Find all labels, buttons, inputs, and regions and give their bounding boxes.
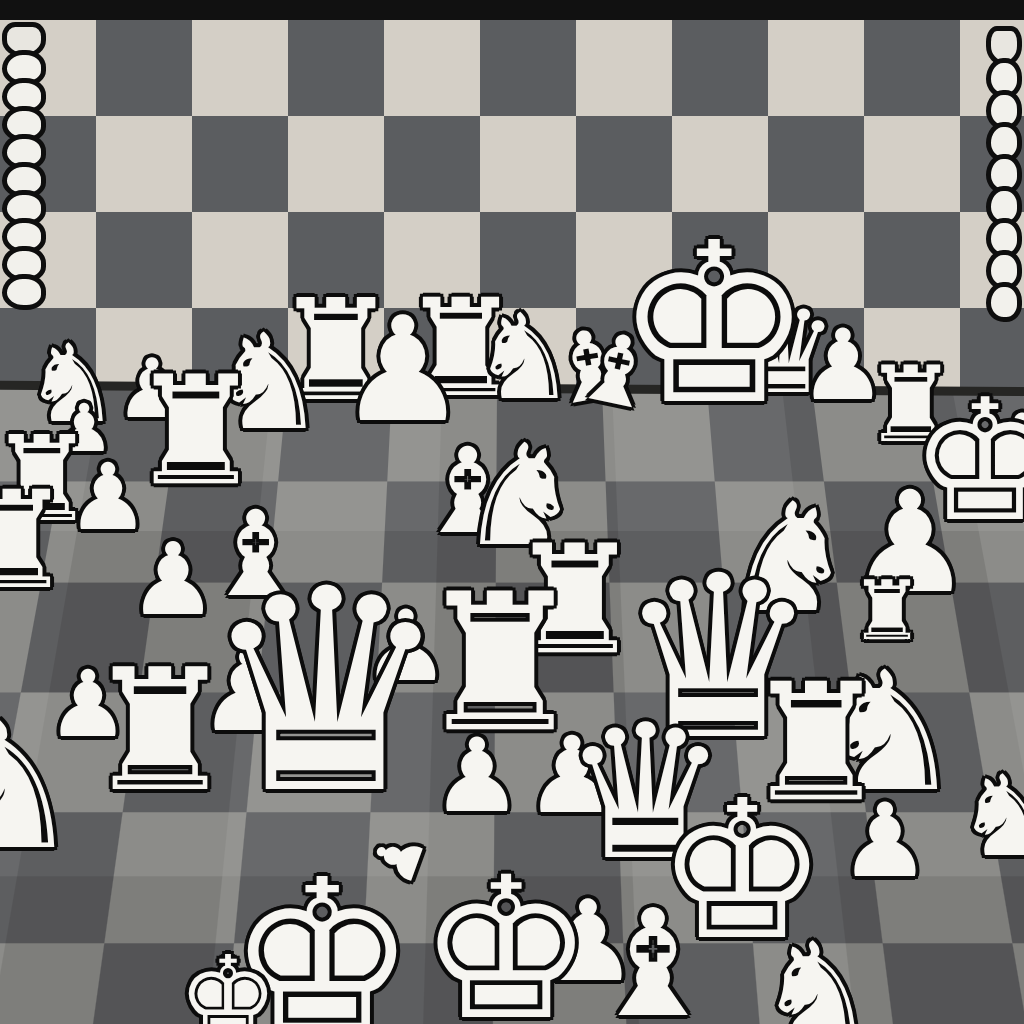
piece-queen[interactable]: ♛ (200, 552, 451, 832)
piece-knight[interactable]: ♞ (756, 925, 877, 1024)
piece-pawn[interactable]: ♟ (839, 790, 930, 892)
piece-king[interactable]: ♚ (418, 851, 594, 1024)
piece-rook[interactable]: ♜ (0, 473, 73, 608)
piece-king[interactable]: ♚ (178, 941, 278, 1024)
chess-scene: ♛♜♞♟♜♝♚♝♟♟♞♞♜♟♜♝♚♜♟♝♞♜♟♝♞♟♜♜♟♟♜♟♛♛♜♞♜♟♟♞… (0, 0, 1024, 1024)
piece-rook[interactable]: ♜ (85, 647, 236, 815)
stacked-piece-segment (2, 274, 46, 310)
piece-stack-right (986, 26, 1022, 322)
top-bar (0, 0, 1024, 20)
piece-knight[interactable]: ♞ (956, 760, 1024, 872)
piece-pawn[interactable]: ♟ (338, 297, 468, 442)
stacked-piece-segment (986, 282, 1022, 322)
pieces-layer: ♛♜♞♟♜♝♚♝♟♟♞♞♜♟♜♝♚♜♟♝♞♜♟♝♞♟♜♜♟♟♜♟♛♛♜♞♜♟♟♞… (0, 0, 1024, 1024)
piece-pawn[interactable]: ♟ (431, 725, 522, 827)
piece-bishop[interactable]: ♝ (587, 890, 720, 1024)
piece-stack-left (2, 22, 46, 310)
piece-knight[interactable]: ♞ (0, 699, 82, 874)
